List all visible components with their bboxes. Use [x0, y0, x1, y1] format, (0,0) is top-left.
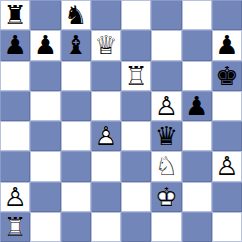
square-d4[interactable]: ♟♙	[91, 121, 121, 151]
piece-outline-layer: ♖	[0, 212, 30, 242]
square-b5[interactable]	[30, 91, 60, 121]
square-g4[interactable]	[182, 121, 212, 151]
piece-black-pawn[interactable]: ♟	[30, 30, 60, 60]
square-a3[interactable]	[0, 151, 30, 181]
piece-outline-layer: ♘	[151, 151, 181, 181]
piece-black-king[interactable]: ♚	[212, 61, 242, 91]
piece-white-queen[interactable]: ♛♕	[91, 30, 121, 60]
square-g8[interactable]	[182, 0, 212, 30]
piece-glyph-layer: ♛	[151, 121, 181, 151]
square-f7[interactable]	[151, 30, 181, 60]
square-e6[interactable]: ♜♖	[121, 61, 151, 91]
piece-white-pawn[interactable]: ♟♙	[91, 121, 121, 151]
square-f2[interactable]: ♚♔	[151, 182, 181, 212]
square-d8[interactable]	[91, 0, 121, 30]
square-g3[interactable]	[182, 151, 212, 181]
square-g5[interactable]: ♟	[182, 91, 212, 121]
square-g1[interactable]	[182, 212, 212, 242]
square-h1[interactable]	[212, 212, 242, 242]
square-h8[interactable]	[212, 0, 242, 30]
square-c1[interactable]	[61, 212, 91, 242]
square-f1[interactable]	[151, 212, 181, 242]
square-b8[interactable]	[30, 0, 60, 30]
square-h2[interactable]	[212, 182, 242, 212]
square-c8[interactable]: ♞	[61, 0, 91, 30]
piece-outline-layer: ♖	[121, 61, 151, 91]
square-f3[interactable]: ♞♘	[151, 151, 181, 181]
square-d6[interactable]	[91, 61, 121, 91]
square-c2[interactable]	[61, 182, 91, 212]
square-a7[interactable]: ♟	[0, 30, 30, 60]
piece-glyph-layer: ♜	[0, 0, 30, 30]
square-d5[interactable]	[91, 91, 121, 121]
piece-outline-layer: ♙	[0, 182, 30, 212]
square-g2[interactable]	[182, 182, 212, 212]
square-e4[interactable]	[121, 121, 151, 151]
piece-white-rook[interactable]: ♜♖	[0, 212, 30, 242]
square-a6[interactable]	[0, 61, 30, 91]
square-h6[interactable]: ♚	[212, 61, 242, 91]
square-b6[interactable]	[30, 61, 60, 91]
piece-black-queen[interactable]: ♛	[151, 121, 181, 151]
square-a2[interactable]: ♟♙	[0, 182, 30, 212]
square-h5[interactable]	[212, 91, 242, 121]
square-c7[interactable]: ♝	[61, 30, 91, 60]
square-h4[interactable]	[212, 121, 242, 151]
piece-white-rook[interactable]: ♜♖	[121, 61, 151, 91]
square-b2[interactable]	[30, 182, 60, 212]
piece-white-pawn[interactable]: ♟♙	[151, 91, 181, 121]
piece-glyph-layer: ♟	[182, 91, 212, 121]
square-f4[interactable]: ♛	[151, 121, 181, 151]
piece-glyph-layer: ♚	[212, 61, 242, 91]
piece-black-knight[interactable]: ♞	[61, 0, 91, 30]
piece-white-pawn[interactable]: ♟♙	[0, 182, 30, 212]
square-e2[interactable]	[121, 182, 151, 212]
square-h3[interactable]: ♟♙	[212, 151, 242, 181]
piece-black-bishop[interactable]: ♝	[61, 30, 91, 60]
square-c6[interactable]	[61, 61, 91, 91]
piece-outline-layer: ♙	[212, 151, 242, 181]
square-f6[interactable]	[151, 61, 181, 91]
piece-glyph-layer: ♞	[61, 0, 91, 30]
square-a5[interactable]	[0, 91, 30, 121]
square-e1[interactable]	[121, 212, 151, 242]
piece-black-pawn[interactable]: ♟	[0, 30, 30, 60]
square-d1[interactable]	[91, 212, 121, 242]
square-b1[interactable]	[30, 212, 60, 242]
piece-white-king[interactable]: ♚♔	[151, 182, 181, 212]
square-e3[interactable]	[121, 151, 151, 181]
piece-glyph-layer: ♟	[212, 30, 242, 60]
square-a1[interactable]: ♜♖	[0, 212, 30, 242]
square-e8[interactable]	[121, 0, 151, 30]
square-a8[interactable]: ♜	[0, 0, 30, 30]
square-f5[interactable]: ♟♙	[151, 91, 181, 121]
square-h7[interactable]: ♟	[212, 30, 242, 60]
piece-glyph-layer: ♟	[0, 30, 30, 60]
piece-white-pawn[interactable]: ♟♙	[212, 151, 242, 181]
square-c3[interactable]	[61, 151, 91, 181]
square-b4[interactable]	[30, 121, 60, 151]
square-e7[interactable]	[121, 30, 151, 60]
square-g6[interactable]	[182, 61, 212, 91]
piece-outline-layer: ♕	[91, 30, 121, 60]
square-f8[interactable]	[151, 0, 181, 30]
square-d2[interactable]	[91, 182, 121, 212]
square-d7[interactable]: ♛♕	[91, 30, 121, 60]
piece-glyph-layer: ♝	[61, 30, 91, 60]
square-c5[interactable]	[61, 91, 91, 121]
square-e5[interactable]	[121, 91, 151, 121]
piece-black-pawn[interactable]: ♟	[212, 30, 242, 60]
square-b7[interactable]: ♟	[30, 30, 60, 60]
square-b3[interactable]	[30, 151, 60, 181]
square-c4[interactable]	[61, 121, 91, 151]
square-d3[interactable]	[91, 151, 121, 181]
piece-glyph-layer: ♟	[30, 30, 60, 60]
piece-outline-layer: ♙	[151, 91, 181, 121]
piece-outline-layer: ♙	[91, 121, 121, 151]
piece-white-knight[interactable]: ♞♘	[151, 151, 181, 181]
piece-black-rook[interactable]: ♜	[0, 0, 30, 30]
chess-board: ♜♞♟♟♝♛♕♟♜♖♚♟♙♟♟♙♛♞♘♟♙♟♙♚♔♜♖	[0, 0, 242, 242]
square-g7[interactable]	[182, 30, 212, 60]
piece-black-pawn[interactable]: ♟	[182, 91, 212, 121]
piece-outline-layer: ♔	[151, 182, 181, 212]
square-a4[interactable]	[0, 121, 30, 151]
